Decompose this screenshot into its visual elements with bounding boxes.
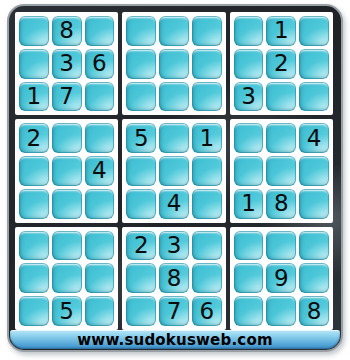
sudoku-cell[interactable] [126,16,156,46]
sudoku-cell[interactable]: 5 [52,296,82,326]
sudoku-cell[interactable] [52,123,82,153]
sudoku-box: 123 [230,12,333,115]
sudoku-box: 98 [230,227,333,330]
sudoku-cell[interactable] [192,263,222,293]
sudoku-box: 418 [230,119,333,222]
footer-bar: www.sudokusweb.com [10,330,340,349]
sudoku-box [122,12,225,115]
sudoku-box: 514 [122,119,225,222]
sudoku-cell[interactable] [192,16,222,46]
sudoku-cell[interactable] [126,49,156,79]
sudoku-cell[interactable]: 6 [192,296,222,326]
sudoku-cell[interactable] [126,189,156,219]
sudoku-cell[interactable]: 2 [126,231,156,261]
sudoku-cell[interactable] [266,231,296,261]
sudoku-cell[interactable] [159,123,189,153]
sudoku-cell[interactable]: 7 [159,296,189,326]
sudoku-cell[interactable]: 8 [266,189,296,219]
sudoku-cell[interactable]: 3 [234,82,264,112]
sudoku-cell[interactable] [159,156,189,186]
footer-url[interactable]: www.sudokusweb.com [77,331,272,349]
sudoku-cell[interactable] [159,82,189,112]
sudoku-cell[interactable] [266,123,296,153]
sudoku-cell[interactable] [299,189,329,219]
sudoku-cell[interactable] [19,231,49,261]
sudoku-cell[interactable] [234,156,264,186]
sudoku-cell[interactable] [299,263,329,293]
sudoku-cell[interactable]: 8 [159,263,189,293]
sudoku-cell[interactable] [234,296,264,326]
sudoku-cell[interactable] [85,296,115,326]
sudoku-cell[interactable] [234,49,264,79]
sudoku-cell[interactable] [159,49,189,79]
sudoku-cell[interactable] [234,263,264,293]
sudoku-cell[interactable]: 8 [299,296,329,326]
sudoku-cell[interactable]: 2 [19,123,49,153]
sudoku-box: 83617 [15,12,118,115]
sudoku-board: 836171232451441852387698 [15,12,333,330]
sudoku-cell[interactable] [126,82,156,112]
sudoku-cell[interactable] [192,189,222,219]
sudoku-cell[interactable] [19,156,49,186]
sudoku-cell[interactable] [126,156,156,186]
sudoku-cell[interactable]: 6 [85,49,115,79]
sudoku-cell[interactable]: 4 [85,156,115,186]
sudoku-cell[interactable] [85,189,115,219]
sudoku-cell[interactable]: 5 [126,123,156,153]
sudoku-cell[interactable] [85,231,115,261]
sudoku-box: 23876 [122,227,225,330]
sudoku-cell[interactable]: 1 [192,123,222,153]
sudoku-cell[interactable] [266,296,296,326]
sudoku-cell[interactable] [85,16,115,46]
sudoku-box: 24 [15,119,118,222]
sudoku-cell[interactable] [19,49,49,79]
sudoku-cell[interactable] [52,231,82,261]
sudoku-cell[interactable] [126,263,156,293]
sudoku-cell[interactable]: 1 [266,16,296,46]
sudoku-cell[interactable] [192,156,222,186]
sudoku-cell[interactable] [52,189,82,219]
sudoku-cell[interactable] [85,82,115,112]
sudoku-cell[interactable]: 3 [159,231,189,261]
sudoku-cell[interactable] [299,49,329,79]
sudoku-cell[interactable]: 3 [52,49,82,79]
sudoku-frame: 836171232451441852387698 www.sudokusweb.… [7,4,343,352]
sudoku-box: 5 [15,227,118,330]
sudoku-cell[interactable] [19,189,49,219]
sudoku-cell[interactable]: 9 [266,263,296,293]
sudoku-cell[interactable] [19,263,49,293]
sudoku-cell[interactable] [159,16,189,46]
sudoku-cell[interactable] [85,263,115,293]
sudoku-cell[interactable] [126,296,156,326]
sudoku-cell[interactable]: 1 [19,82,49,112]
sudoku-cell[interactable] [266,82,296,112]
sudoku-cell[interactable] [266,156,296,186]
sudoku-cell[interactable] [234,231,264,261]
sudoku-cell[interactable] [19,296,49,326]
sudoku-cell[interactable]: 8 [52,16,82,46]
sudoku-cell[interactable] [192,49,222,79]
sudoku-cell[interactable] [52,263,82,293]
sudoku-cell[interactable] [234,123,264,153]
sudoku-cell[interactable] [234,16,264,46]
sudoku-cell[interactable] [19,16,49,46]
sudoku-cell[interactable]: 4 [159,189,189,219]
sudoku-cell[interactable] [299,82,329,112]
sudoku-cell[interactable] [52,156,82,186]
sudoku-cell[interactable]: 2 [266,49,296,79]
sudoku-cell[interactable]: 4 [299,123,329,153]
sudoku-cell[interactable]: 1 [234,189,264,219]
sudoku-cell[interactable] [85,123,115,153]
sudoku-cell[interactable]: 7 [52,82,82,112]
sudoku-cell[interactable] [299,231,329,261]
sudoku-cell[interactable] [192,82,222,112]
sudoku-cell[interactable] [299,156,329,186]
sudoku-cell[interactable] [192,231,222,261]
sudoku-cell[interactable] [299,16,329,46]
